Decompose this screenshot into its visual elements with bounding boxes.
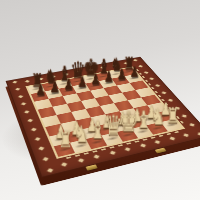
frame-motif <box>124 62 129 64</box>
frame-motif <box>21 103 27 106</box>
frame-motif <box>144 71 149 73</box>
frame-motif <box>51 75 56 77</box>
frame-motif <box>15 88 20 91</box>
frame-motif <box>155 84 160 87</box>
frame-motif <box>63 73 68 75</box>
piece-glyph: ♜ <box>50 129 80 151</box>
frame-motif <box>25 80 30 83</box>
frame-motif <box>18 95 23 98</box>
frame-motif <box>100 66 105 68</box>
frame-motif <box>133 59 137 61</box>
frame-motif <box>12 81 17 84</box>
scene: ♜♞♝♛♚♝♞♜♟♟♟♟♟♟♟♟♟♟♟♟♟♟♟♟♜♞♝♛♚♝♞♜ <box>0 0 200 200</box>
frame-motif <box>138 65 143 67</box>
frame-motif <box>76 71 81 73</box>
frame-motif <box>161 91 166 94</box>
chess-board: ♜♞♝♛♚♝♞♜♟♟♟♟♟♟♟♟♟♟♟♟♟♟♟♟♜♞♝♛♚♝♞♜ <box>6 57 200 178</box>
photo-background: ♜♞♝♛♚♝♞♜♟♟♟♟♟♟♟♟♟♟♟♟♟♟♟♟♜♞♝♛♚♝♞♜ <box>0 0 200 200</box>
frame-motif <box>149 78 154 81</box>
frame-motif <box>38 78 43 81</box>
frame-motif <box>112 64 117 66</box>
frame-motif <box>88 69 93 71</box>
